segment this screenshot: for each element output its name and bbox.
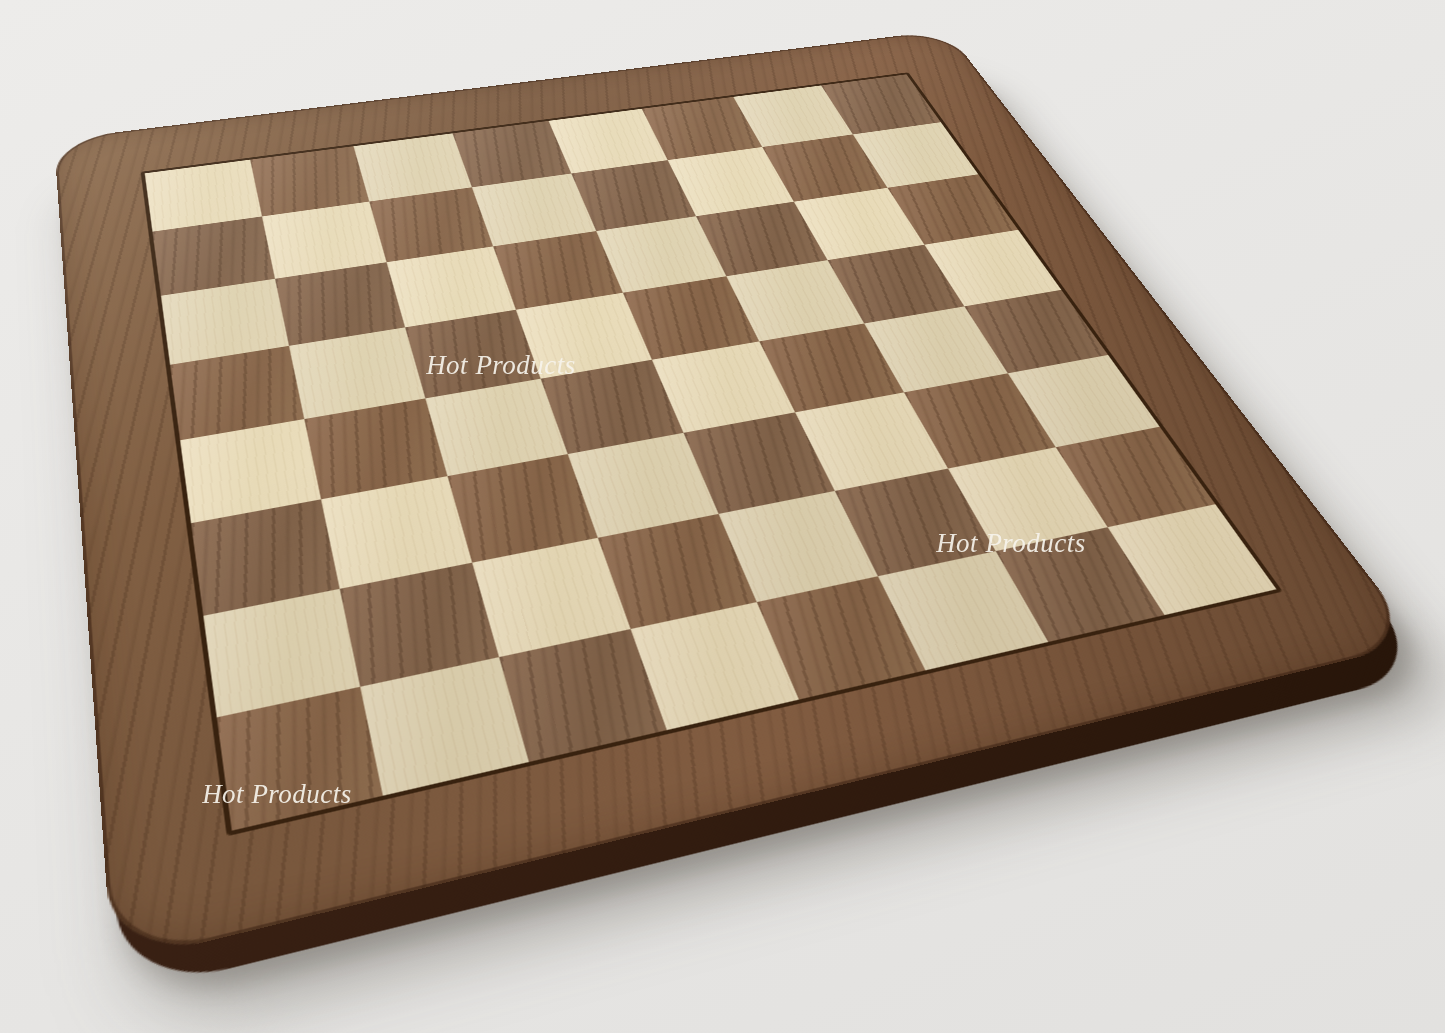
photo-background: Hot Products Hot Products Hot Products — [0, 0, 1445, 1033]
watermark: Hot Products — [936, 528, 1086, 559]
watermark: Hot Products — [426, 350, 576, 381]
watermark: Hot Products — [202, 779, 352, 810]
